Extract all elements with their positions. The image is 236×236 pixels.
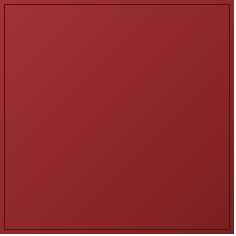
chess-board: [4, 4, 230, 230]
board-frame: [0, 0, 234, 234]
